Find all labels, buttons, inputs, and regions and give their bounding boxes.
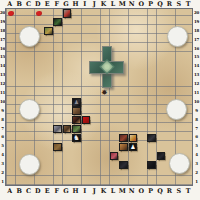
row-label-9: 9 [193, 106, 200, 115]
row-label-15: 15 [193, 52, 200, 61]
row-label-1: 1 [193, 177, 200, 186]
row-label-18: 18 [193, 26, 200, 35]
row-label-14: 14 [193, 61, 200, 70]
row-label-19: 19 [193, 17, 200, 26]
skull-splat-K11: ✸ [100, 88, 109, 97]
token-monster-dark-F19[interactable] [53, 18, 62, 26]
token-monster-hooded-H7[interactable] [72, 125, 81, 133]
col-label-J: J [90, 0, 99, 8]
col-label-M: M [118, 186, 127, 195]
col-label-G: G [61, 186, 70, 195]
row-label-5: 5 [193, 141, 200, 150]
col-label-E: E [43, 186, 52, 195]
col-label-B: B [14, 0, 23, 8]
token-portrait-armored-F7[interactable] [53, 125, 62, 133]
col-label-A: A [5, 186, 14, 195]
col-label-C: C [24, 0, 33, 8]
column-labels-top: ABCDEFGHIJKLMNOPQRST [5, 0, 193, 8]
token-small-creature-H9[interactable] [72, 107, 81, 115]
token-monster-green-E18[interactable] [44, 27, 53, 35]
token-portrait-L4[interactable] [110, 152, 119, 160]
column-labels-bottom: ABCDEFGHIJKLMNOPQRST [5, 186, 193, 195]
row-label-11: 11 [193, 88, 200, 97]
col-label-R: R [165, 0, 174, 8]
col-label-A: A [5, 0, 14, 8]
col-label-C: C [24, 186, 33, 195]
row-label-4: 4 [193, 150, 200, 159]
pillar-5 [166, 99, 187, 120]
col-label-T: T [183, 186, 192, 195]
row-label-16: 16 [193, 44, 200, 53]
col-label-B: B [14, 186, 23, 195]
knight-token-glyph: ♞ [73, 134, 79, 142]
token-dark-portrait-P6[interactable] [147, 134, 156, 142]
col-label-K: K [99, 0, 108, 8]
battle-map-screen: ABCDEFGHIJKLMNOPQRST ABCDEFGHIJKLMNOPQRS… [0, 0, 200, 200]
col-label-E: E [43, 0, 52, 8]
token-portrait-H8[interactable] [72, 116, 81, 124]
silhouette-token-glyph: ♟ [130, 143, 135, 151]
row-label-6: 6 [193, 132, 200, 141]
col-label-P: P [146, 186, 155, 195]
pillar-1 [19, 26, 40, 47]
token-black-token-H10[interactable]: ♟ [72, 98, 81, 106]
col-label-Q: Q [155, 186, 164, 195]
col-label-K: K [99, 186, 108, 195]
blood-splat-A20 [8, 11, 15, 17]
token-silhouette-token-N5[interactable]: ♟ [129, 143, 138, 151]
col-label-L: L [108, 0, 117, 8]
blood-splat-D20 [36, 11, 43, 17]
row-labels-right: 2019181716151413121110987654321 [193, 8, 200, 186]
pillar-6 [169, 153, 190, 174]
pillar-3 [19, 154, 40, 175]
row-label-7: 7 [193, 124, 200, 133]
col-label-H: H [71, 186, 80, 195]
col-label-R: R [165, 186, 174, 195]
token-dark-token-M3[interactable] [119, 161, 128, 169]
col-label-I: I [80, 186, 89, 195]
col-label-J: J [90, 186, 99, 195]
col-label-D: D [33, 186, 42, 195]
pillar-2 [19, 99, 40, 120]
token-dark-token-P3[interactable] [147, 161, 156, 169]
token-portrait-N6[interactable] [129, 134, 138, 142]
token-dark-token-Q4[interactable] [157, 152, 166, 160]
row-label-20: 20 [193, 8, 200, 17]
token-monster-gray-G20[interactable] [63, 9, 72, 17]
row-label-8: 8 [193, 115, 200, 124]
row-label-3: 3 [193, 159, 200, 168]
col-label-L: L [108, 186, 117, 195]
row-label-17: 17 [193, 35, 200, 44]
token-red-marker-I8[interactable] [82, 116, 91, 124]
token-portrait-dwarf-G7[interactable] [63, 125, 72, 133]
row-label-2: 2 [193, 168, 200, 177]
col-label-M: M [118, 0, 127, 8]
black-token-glyph: ♟ [74, 98, 79, 106]
row-label-13: 13 [193, 70, 200, 79]
col-label-Q: Q [155, 0, 164, 8]
col-label-S: S [174, 186, 183, 195]
chapel-cross-structure [89, 46, 125, 88]
col-label-G: G [61, 0, 70, 8]
col-label-P: P [146, 0, 155, 8]
token-creature-brown-F5[interactable] [53, 143, 62, 151]
col-label-D: D [33, 0, 42, 8]
col-label-N: N [127, 0, 136, 8]
col-label-S: S [174, 0, 183, 8]
col-label-O: O [136, 186, 145, 195]
row-label-10: 10 [193, 97, 200, 106]
col-label-I: I [80, 0, 89, 8]
row-label-12: 12 [193, 79, 200, 88]
battle-map-board[interactable]: ✸♟♞♟ [5, 8, 193, 186]
col-label-N: N [127, 186, 136, 195]
token-portrait-M5[interactable] [119, 143, 128, 151]
col-label-F: F [52, 0, 61, 8]
col-label-T: T [183, 0, 192, 8]
token-knight-token-H6[interactable]: ♞ [72, 134, 81, 142]
pillar-4 [167, 26, 188, 47]
col-label-O: O [136, 0, 145, 8]
token-portrait-M6[interactable] [119, 134, 128, 142]
col-label-F: F [52, 186, 61, 195]
col-label-H: H [71, 0, 80, 8]
